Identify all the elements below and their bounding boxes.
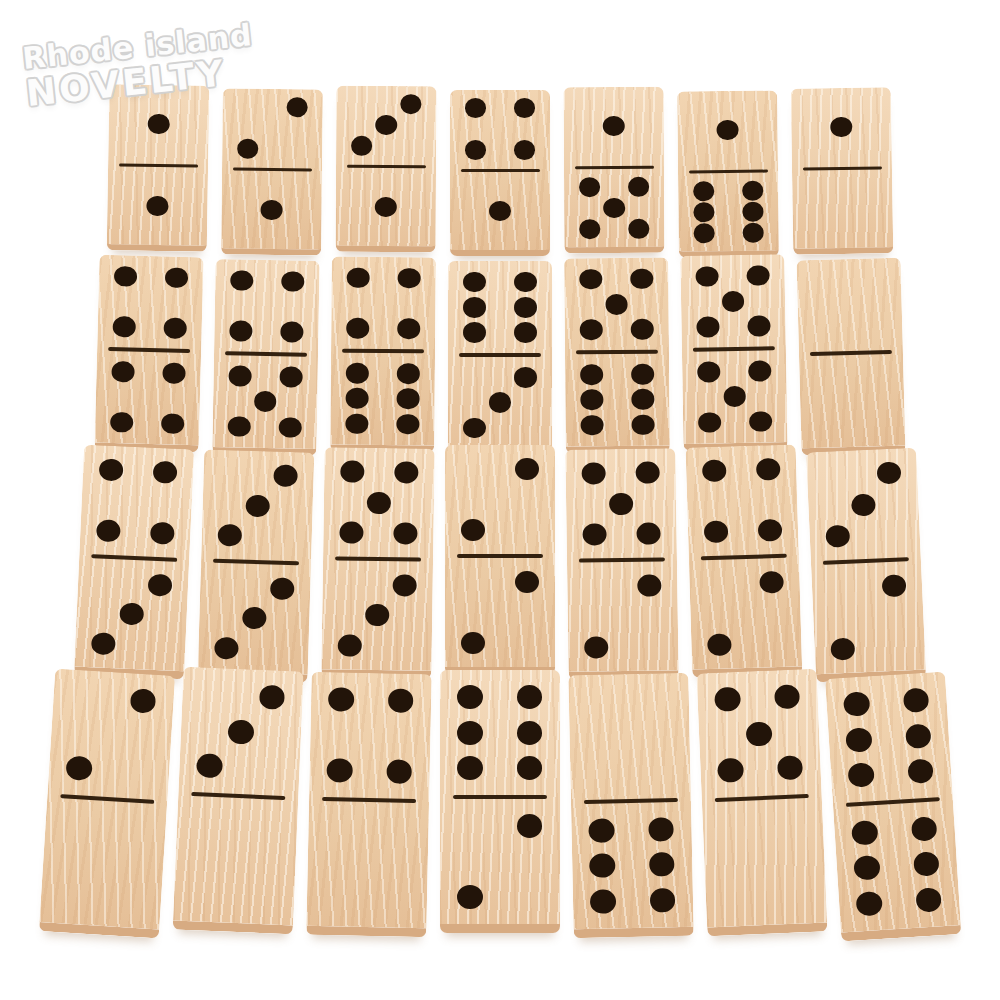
pip: [632, 389, 655, 410]
domino-half-top: [108, 84, 209, 164]
pip-cell: [64, 750, 96, 787]
pip-cell: [322, 881, 352, 917]
pip-cell: [865, 387, 891, 413]
pip: [279, 417, 302, 438]
pip-cell: [721, 881, 752, 918]
pip: [581, 415, 604, 436]
pip: [631, 319, 654, 340]
pip-cell: [94, 515, 122, 547]
pip-cell: [338, 456, 366, 487]
pip: [777, 755, 804, 780]
pip-cell: [463, 140, 488, 161]
pip-cell: [398, 176, 423, 197]
pip-cell: [488, 140, 513, 161]
pip-cell: [58, 843, 90, 880]
pip-cell: [586, 755, 616, 791]
pip-cell: [148, 518, 176, 550]
pip-cell: [488, 221, 513, 242]
pip-cell: [398, 196, 423, 217]
pip-cell: [374, 115, 399, 136]
pip: [91, 632, 116, 655]
pip-cell: [609, 631, 637, 662]
pip-cell: [617, 847, 647, 883]
pip-cell: [135, 360, 161, 386]
pip-cell: [119, 811, 151, 848]
pip-cell: [741, 201, 766, 222]
pip-cell: [626, 95, 651, 116]
domino-row-2: [0, 258, 1000, 453]
domino-2-1[interactable]: [221, 88, 323, 255]
pip: [846, 727, 873, 753]
pip-cell: [755, 484, 783, 515]
pip-cell: [719, 845, 750, 882]
pip: [214, 637, 238, 660]
pip-cell: [691, 141, 716, 162]
pip: [718, 758, 745, 783]
pip-cell: [285, 118, 310, 139]
pip-cell: [720, 263, 746, 289]
pip-cell: [123, 753, 155, 790]
pip-cell: [841, 686, 873, 723]
pip-cell: [462, 295, 488, 320]
pip-cell: [349, 217, 374, 238]
domino-half-bottom: [39, 797, 167, 929]
pip-cell: [582, 601, 610, 632]
pip-cell: [485, 808, 515, 843]
pip-cell: [255, 715, 286, 752]
pip-cell: [267, 634, 295, 665]
pip-cell: [745, 751, 776, 788]
domino-4-4[interactable]: [95, 255, 204, 453]
pip-cell: [278, 364, 304, 390]
pip: [375, 197, 397, 217]
pip: [463, 322, 485, 343]
pip-cell: [780, 878, 811, 915]
pip-cell: [272, 460, 300, 491]
pip: [148, 573, 173, 596]
pip-cell: [700, 455, 728, 486]
domino-half-top: [796, 258, 902, 353]
pip-cell: [284, 139, 309, 160]
domino-5-3[interactable]: [321, 447, 434, 679]
domino-4-6[interactable]: [330, 257, 436, 453]
pip-cell: [837, 318, 863, 344]
domino-half-bottom: [198, 562, 311, 675]
pip-cell: [588, 848, 618, 884]
pip-cell: [235, 117, 260, 138]
pip-cell: [854, 601, 882, 633]
pip-cell: [117, 598, 145, 630]
pip-cell: [579, 362, 605, 387]
pip: [723, 386, 746, 407]
pip: [582, 462, 606, 484]
pip: [609, 493, 633, 515]
pip: [345, 413, 368, 434]
pip-cell: [456, 680, 486, 715]
pip-cell: [212, 632, 240, 663]
pip-cell: [365, 487, 393, 518]
domino-5-5[interactable]: [680, 254, 787, 451]
pip: [852, 820, 879, 846]
pip-cell: [862, 266, 888, 292]
domino-4-2[interactable]: [686, 444, 803, 677]
pip: [338, 634, 362, 656]
domino-1-1[interactable]: [107, 84, 210, 252]
pip-cell: [777, 808, 808, 845]
pip-cell: [349, 135, 374, 156]
domino-2-0[interactable]: [39, 668, 175, 938]
pip-cell: [398, 136, 423, 157]
pip-cell: [608, 519, 636, 550]
pip: [848, 762, 875, 788]
domino-half-top: [214, 259, 320, 353]
pip-cell: [371, 265, 397, 290]
domino-3-0[interactable]: [173, 667, 304, 935]
pip: [603, 116, 625, 136]
pip-cell: [239, 633, 267, 664]
pip-cell: [643, 683, 673, 719]
pip: [830, 638, 855, 661]
pip-cell: [391, 570, 419, 601]
pip-cell: [881, 600, 909, 632]
domino-1-5[interactable]: [564, 87, 665, 254]
pip-cell: [515, 844, 545, 879]
pip-cell: [396, 361, 422, 386]
pip: [346, 388, 369, 409]
domino-half-top: [323, 447, 435, 558]
domino-half-bottom: [811, 560, 926, 674]
domino-5-6[interactable]: [564, 258, 670, 454]
pip-cell: [605, 412, 631, 437]
pip: [913, 852, 940, 878]
domino-4-1[interactable]: [450, 90, 550, 256]
pip-cell: [485, 680, 515, 715]
pip-cell: [875, 457, 903, 489]
pip-cell: [234, 199, 259, 220]
pip-cell: [854, 885, 886, 922]
pip: [397, 363, 420, 384]
pip-cell: [715, 120, 740, 141]
pip-cell: [862, 292, 888, 318]
pip-cell: [121, 516, 149, 548]
pip-cell: [515, 808, 545, 843]
pip-cell: [604, 362, 630, 387]
pip-cell: [828, 633, 856, 665]
pip-cell: [146, 569, 174, 601]
pip-cell: [383, 812, 413, 848]
pip-cell: [109, 384, 135, 410]
pip: [367, 492, 391, 514]
pip: [515, 458, 539, 480]
pip-cell: [609, 601, 637, 632]
pip-cell: [146, 114, 171, 135]
pip-cell: [875, 754, 907, 791]
pip-cell: [382, 847, 412, 883]
product-photo: Rhode island NOVELTY: [0, 0, 1000, 1000]
pip-cell: [216, 520, 244, 551]
pip-cell: [169, 216, 194, 237]
pip-cell: [486, 566, 513, 597]
pip-cell: [338, 487, 366, 518]
pip-cell: [853, 95, 878, 116]
domino-1-0[interactable]: [791, 87, 894, 255]
domino-half-top: [686, 444, 799, 557]
pip-cell: [579, 413, 605, 438]
domino-6-6[interactable]: [825, 671, 961, 941]
pip-cell: [580, 458, 608, 489]
pip-cell: [880, 570, 908, 602]
pip-cell: [614, 683, 644, 719]
pip-cell: [630, 362, 656, 387]
pip: [347, 267, 370, 288]
pip-cell: [627, 218, 652, 239]
pip: [153, 461, 178, 484]
pip: [163, 362, 186, 383]
pip-cell: [240, 603, 268, 634]
pip-cell: [577, 137, 602, 158]
pip-cell: [217, 489, 245, 520]
domino-3-1[interactable]: [336, 86, 437, 253]
pip: [843, 692, 870, 718]
pip-cell: [830, 177, 855, 198]
pip: [704, 521, 728, 544]
pip-cell: [228, 318, 254, 344]
pip-cell: [125, 718, 157, 755]
pip: [579, 219, 601, 239]
domino-half-top: [445, 445, 555, 554]
pip: [715, 687, 742, 712]
pip-cell: [363, 600, 391, 631]
pip-cell: [578, 292, 604, 318]
pip-cell: [326, 682, 356, 718]
pip-cell: [243, 521, 271, 552]
pip: [340, 461, 364, 483]
pip-cell: [260, 97, 285, 118]
pip-cell: [386, 683, 416, 719]
pip: [636, 462, 660, 484]
pip-cell: [122, 113, 147, 134]
pip-cell: [602, 176, 627, 197]
pip: [580, 390, 603, 411]
pip: [393, 574, 417, 596]
pip: [398, 268, 421, 289]
pip: [388, 689, 414, 714]
pip: [589, 818, 615, 843]
pip-cell: [826, 572, 854, 604]
pip-cell: [336, 599, 364, 630]
pip: [261, 200, 283, 220]
pip-cell: [854, 137, 879, 158]
pip: [749, 360, 772, 381]
pip-cell: [855, 219, 880, 240]
pip-cell: [602, 197, 627, 218]
pip-cell: [356, 682, 386, 718]
pip: [397, 389, 420, 410]
pip-cell: [95, 716, 127, 753]
pip-cell: [68, 679, 100, 716]
domino-half-bottom: [321, 560, 433, 671]
pip-cell: [222, 807, 253, 844]
pip-cell: [229, 268, 255, 294]
pip: [461, 632, 485, 654]
pip: [603, 198, 625, 218]
pip-cell: [192, 806, 223, 843]
pip-cell: [151, 457, 179, 489]
domino-3-3[interactable]: [198, 449, 315, 682]
pip-cell: [254, 268, 280, 294]
pip-cell: [703, 568, 731, 599]
pip-cell: [578, 266, 604, 291]
pip-cell: [514, 566, 541, 597]
domino-half-bottom: [330, 352, 435, 445]
pip-cell: [108, 409, 134, 435]
pip-cell: [740, 119, 765, 140]
pip-cell: [721, 359, 747, 385]
pip-cell: [645, 753, 675, 789]
domino-6-3[interactable]: [448, 261, 552, 456]
domino-4-3[interactable]: [74, 445, 194, 680]
pip: [877, 461, 902, 484]
pip-cell: [213, 602, 241, 633]
pip-cell: [250, 843, 281, 880]
pip: [351, 136, 373, 156]
pip-cell: [715, 141, 740, 162]
pip-cell: [846, 756, 878, 793]
pip-cell: [515, 750, 545, 785]
pip-cell: [260, 139, 285, 160]
pip-cell: [111, 314, 137, 340]
pip: [515, 571, 539, 593]
domino-3-2[interactable]: [806, 448, 926, 683]
pip-cell: [463, 221, 488, 242]
domino-0-6[interactable]: [568, 673, 693, 938]
pip-cell: [384, 754, 414, 790]
pip-cell: [805, 178, 830, 199]
pip-cell: [456, 879, 486, 914]
pip-cell: [871, 684, 903, 721]
pip: [517, 814, 543, 838]
pip-cell: [822, 490, 850, 522]
pip-cell: [353, 811, 383, 847]
pip: [915, 887, 942, 913]
pip-cell: [731, 598, 759, 629]
pip-cell: [607, 488, 635, 519]
domino-5-2[interactable]: [565, 448, 678, 680]
pip-cell: [718, 810, 749, 847]
pip-cell: [170, 175, 195, 196]
pip-cell: [284, 179, 309, 200]
pip-cell: [344, 361, 370, 386]
pip-cell: [629, 266, 655, 291]
pip-cell: [705, 629, 733, 660]
pip-cell: [252, 389, 278, 415]
pip-cell: [485, 715, 515, 750]
pip-cell: [325, 752, 355, 788]
domino-6-2[interactable]: [440, 670, 560, 933]
pip-cell: [512, 140, 537, 161]
pip-cell: [863, 317, 889, 343]
pip-cell: [90, 809, 122, 846]
pip-cell: [804, 117, 829, 138]
pip-cell: [701, 486, 729, 517]
domino-half-bottom: [74, 557, 189, 671]
pip-cell: [271, 491, 299, 522]
pip-cell: [716, 201, 741, 222]
pip-cell: [513, 415, 539, 440]
domino-half-bottom: [445, 558, 555, 667]
pip-cell: [749, 844, 780, 881]
pip: [851, 493, 876, 516]
pip-cell: [395, 386, 421, 412]
pip-cell: [488, 119, 513, 140]
pip: [229, 320, 252, 341]
pip-cell: [636, 600, 664, 631]
pip-cell: [279, 319, 305, 345]
pip: [649, 888, 675, 913]
pip-cell: [908, 811, 940, 848]
pip-cell: [838, 363, 864, 389]
pip-cell: [515, 680, 545, 715]
pip-cell: [696, 384, 722, 410]
pip-cell: [514, 484, 541, 515]
pip: [758, 519, 782, 542]
pip: [514, 98, 536, 118]
pip-cell: [626, 116, 651, 137]
pip-cell: [370, 361, 396, 386]
pip-cell: [259, 199, 284, 220]
pip-cell: [253, 319, 279, 345]
pip: [270, 577, 294, 600]
domino-2-2[interactable]: [445, 445, 555, 675]
pip-cell: [704, 598, 732, 629]
domino-5-0[interactable]: [697, 669, 828, 937]
pip: [637, 523, 661, 545]
domino-half-top: [677, 90, 778, 170]
pip-cell: [804, 138, 829, 159]
pip-cell: [459, 454, 486, 485]
pip-cell: [225, 713, 256, 750]
pip-cell: [741, 222, 766, 243]
pip-cell: [459, 566, 486, 597]
pip-cell: [514, 628, 541, 659]
pip: [96, 520, 121, 543]
domino-half-top: [680, 254, 786, 348]
pip-cell: [345, 265, 371, 290]
pip-cell: [224, 749, 255, 786]
pip-cell: [214, 571, 242, 602]
pip: [693, 202, 715, 222]
domino-0-0[interactable]: [796, 258, 905, 456]
pip-cell: [744, 715, 775, 752]
pip-cell: [398, 217, 423, 238]
pip: [693, 181, 715, 201]
pip: [400, 94, 422, 114]
pip: [457, 721, 483, 745]
domino-4-5[interactable]: [212, 259, 319, 456]
pip-cell: [252, 414, 278, 440]
domino-half-top: [336, 86, 436, 165]
pip-cell: [806, 219, 831, 240]
pip-cell: [124, 455, 152, 487]
domino-half-top: [697, 669, 822, 799]
pip: [386, 759, 412, 784]
domino-half-bottom: [564, 168, 664, 247]
domino-1-6[interactable]: [677, 90, 779, 257]
domino-4-0[interactable]: [306, 672, 431, 937]
pip: [111, 361, 134, 382]
pip-cell: [463, 98, 488, 119]
pip-cell: [513, 295, 539, 320]
